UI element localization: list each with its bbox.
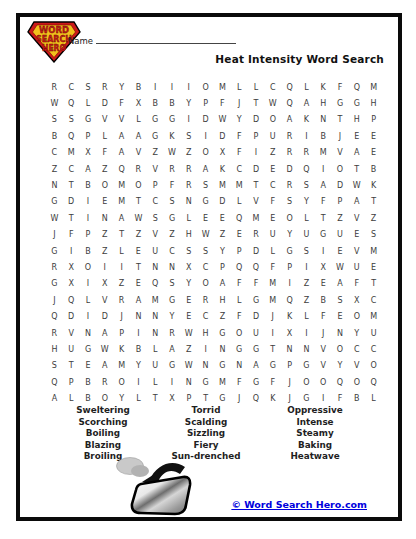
grid-cell-r10-c2[interactable]: F [63, 227, 80, 243]
grid-cell-r9-c2[interactable]: T [63, 210, 80, 226]
grid-cell-r13-c14[interactable]: M [264, 276, 281, 292]
grid-cell-r19-c1[interactable]: Q [46, 374, 63, 390]
grid-cell-r7-c9[interactable]: R [180, 177, 197, 193]
grid-cell-r8-c10[interactable]: G [197, 194, 214, 210]
grid-cell-r12-c15[interactable]: P [281, 259, 298, 275]
grid-cell-r1-c12[interactable]: L [231, 79, 248, 95]
grid-cell-r16-c12[interactable]: O [231, 325, 248, 341]
grid-cell-r6-c1[interactable]: Z [46, 161, 63, 177]
grid-cell-r18-c5[interactable]: M [113, 358, 130, 374]
grid-cell-r18-c19[interactable]: V [348, 358, 365, 374]
grid-cell-r6-c15[interactable]: D [281, 161, 298, 177]
grid-cell-r4-c11[interactable]: D [214, 128, 231, 144]
grid-cell-r8-c11[interactable]: D [214, 194, 231, 210]
grid-cell-r16-c20[interactable]: U [365, 325, 382, 341]
grid-cell-r15-c1[interactable]: Q [46, 309, 63, 325]
grid-cell-r18-c13[interactable]: A [248, 358, 265, 374]
grid-cell-r15-c5[interactable]: J [113, 309, 130, 325]
grid-cell-r12-c13[interactable]: Q [248, 259, 265, 275]
grid-cell-r19-c14[interactable]: F [264, 374, 281, 390]
grid-cell-r13-c11[interactable]: A [214, 276, 231, 292]
grid-cell-r3-c19[interactable]: H [348, 112, 365, 128]
grid-cell-r18-c11[interactable]: G [214, 358, 231, 374]
grid-cell-r10-c15[interactable]: Y [281, 227, 298, 243]
grid-cell-r13-c3[interactable]: I [80, 276, 97, 292]
grid-cell-r17-c17[interactable]: V [315, 341, 332, 357]
grid-cell-r17-c1[interactable]: H [46, 341, 63, 357]
grid-cell-r8-c9[interactable]: N [180, 194, 197, 210]
grid-cell-r10-c13[interactable]: R [248, 227, 265, 243]
grid-cell-r8-c7[interactable]: C [147, 194, 164, 210]
name-blank-line[interactable] [96, 34, 236, 44]
grid-cell-r10-c6[interactable]: Z [130, 227, 147, 243]
grid-cell-r16-c15[interactable]: X [281, 325, 298, 341]
grid-cell-r12-c1[interactable]: R [46, 259, 63, 275]
grid-cell-r7-c17[interactable]: A [315, 177, 332, 193]
grid-cell-r15-c8[interactable]: Y [164, 309, 181, 325]
grid-cell-r10-c20[interactable]: S [365, 227, 382, 243]
grid-cell-r7-c15[interactable]: R [281, 177, 298, 193]
grid-cell-r11-c15[interactable]: G [281, 243, 298, 259]
grid-cell-r18-c3[interactable]: E [80, 358, 97, 374]
grid-cell-r14-c8[interactable]: G [164, 292, 181, 308]
grid-cell-r2-c20[interactable]: H [365, 95, 382, 111]
grid-cell-r7-c5[interactable]: M [113, 177, 130, 193]
grid-cell-r1-c13[interactable]: L [248, 79, 265, 95]
grid-cell-r14-c11[interactable]: H [214, 292, 231, 308]
grid-cell-r10-c16[interactable]: U [298, 227, 315, 243]
grid-cell-r7-c1[interactable]: N [46, 177, 63, 193]
grid-cell-r6-c6[interactable]: R [130, 161, 147, 177]
grid-cell-r13-c10[interactable]: O [197, 276, 214, 292]
grid-cell-r16-c10[interactable]: H [197, 325, 214, 341]
grid-cell-r15-c18[interactable]: E [332, 309, 349, 325]
grid-cell-r2-c14[interactable]: W [264, 95, 281, 111]
grid-cell-r8-c14[interactable]: F [264, 194, 281, 210]
grid-cell-r15-c20[interactable]: M [365, 309, 382, 325]
grid-cell-r19-c15[interactable]: J [281, 374, 298, 390]
grid-cell-r16-c18[interactable]: N [332, 325, 349, 341]
grid-cell-r9-c18[interactable]: Z [332, 210, 349, 226]
grid-cell-r2-c7[interactable]: B [147, 95, 164, 111]
grid-cell-r11-c9[interactable]: S [180, 243, 197, 259]
grid-cell-r3-c10[interactable]: D [197, 112, 214, 128]
grid-cell-r1-c11[interactable]: M [214, 79, 231, 95]
grid-cell-r18-c1[interactable]: S [46, 358, 63, 374]
grid-cell-r5-c5[interactable]: A [113, 145, 130, 161]
grid-cell-r17-c7[interactable]: L [147, 341, 164, 357]
grid-cell-r2-c3[interactable]: L [80, 95, 97, 111]
grid-cell-r10-c11[interactable]: Z [214, 227, 231, 243]
grid-cell-r16-c2[interactable]: V [63, 325, 80, 341]
grid-cell-r19-c8[interactable]: I [164, 374, 181, 390]
grid-cell-r16-c5[interactable]: P [113, 325, 130, 341]
grid-cell-r4-c17[interactable]: B [315, 128, 332, 144]
grid-cell-r17-c2[interactable]: U [63, 341, 80, 357]
grid-cell-r14-c6[interactable]: A [130, 292, 147, 308]
grid-cell-r5-c7[interactable]: Z [147, 145, 164, 161]
grid-cell-r13-c6[interactable]: E [130, 276, 147, 292]
grid-cell-r12-c17[interactable]: X [315, 259, 332, 275]
grid-cell-r18-c15[interactable]: P [281, 358, 298, 374]
grid-cell-r3-c8[interactable]: G [164, 112, 181, 128]
grid-cell-r5-c14[interactable]: Z [264, 145, 281, 161]
grid-cell-r13-c9[interactable]: Y [180, 276, 197, 292]
grid-cell-r11-c3[interactable]: B [80, 243, 97, 259]
grid-cell-r2-c12[interactable]: J [231, 95, 248, 111]
grid-cell-r14-c13[interactable]: G [248, 292, 265, 308]
grid-cell-r13-c5[interactable]: Z [113, 276, 130, 292]
grid-cell-r11-c2[interactable]: I [63, 243, 80, 259]
grid-cell-r7-c3[interactable]: B [80, 177, 97, 193]
grid-cell-r15-c12[interactable]: F [231, 309, 248, 325]
grid-cell-r16-c8[interactable]: R [164, 325, 181, 341]
grid-cell-r12-c8[interactable]: N [164, 259, 181, 275]
grid-cell-r16-c3[interactable]: N [80, 325, 97, 341]
grid-cell-r4-c15[interactable]: R [281, 128, 298, 144]
grid-cell-r17-c13[interactable]: G [248, 341, 265, 357]
grid-cell-r1-c20[interactable]: M [365, 79, 382, 95]
grid-cell-r2-c4[interactable]: D [96, 95, 113, 111]
grid-cell-r1-c4[interactable]: R [96, 79, 113, 95]
grid-cell-r6-c14[interactable]: E [264, 161, 281, 177]
grid-cell-r10-c4[interactable]: Z [96, 227, 113, 243]
grid-cell-r5-c19[interactable]: A [348, 145, 365, 161]
grid-cell-r19-c6[interactable]: I [130, 374, 147, 390]
grid-cell-r18-c6[interactable]: Y [130, 358, 147, 374]
grid-cell-r18-c16[interactable]: G [298, 358, 315, 374]
grid-cell-r9-c13[interactable]: M [248, 210, 265, 226]
grid-cell-r1-c9[interactable]: I [180, 79, 197, 95]
grid-cell-r6-c18[interactable]: O [332, 161, 349, 177]
grid-cell-r10-c19[interactable]: E [348, 227, 365, 243]
grid-cell-r14-c3[interactable]: L [80, 292, 97, 308]
grid-cell-r3-c18[interactable]: T [332, 112, 349, 128]
grid-cell-r2-c19[interactable]: G [348, 95, 365, 111]
grid-cell-r13-c8[interactable]: S [164, 276, 181, 292]
grid-cell-r4-c12[interactable]: F [231, 128, 248, 144]
grid-cell-r4-c20[interactable]: E [365, 128, 382, 144]
grid-cell-r17-c15[interactable]: N [281, 341, 298, 357]
grid-cell-r9-c3[interactable]: I [80, 210, 97, 226]
grid-cell-r18-c10[interactable]: N [197, 358, 214, 374]
grid-cell-r12-c11[interactable]: P [214, 259, 231, 275]
grid-cell-r2-c9[interactable]: Y [180, 95, 197, 111]
grid-cell-r8-c19[interactable]: A [348, 194, 365, 210]
grid-cell-r3-c17[interactable]: N [315, 112, 332, 128]
grid-cell-r7-c2[interactable]: T [63, 177, 80, 193]
grid-cell-r4-c6[interactable]: A [130, 128, 147, 144]
grid-cell-r6-c20[interactable]: B [365, 161, 382, 177]
grid-cell-r3-c7[interactable]: G [147, 112, 164, 128]
grid-cell-r9-c12[interactable]: Q [231, 210, 248, 226]
grid-cell-r15-c11[interactable]: Z [214, 309, 231, 325]
grid-cell-r18-c8[interactable]: G [164, 358, 181, 374]
grid-cell-r2-c10[interactable]: P [197, 95, 214, 111]
grid-cell-r19-c5[interactable]: O [113, 374, 130, 390]
grid-cell-r14-c7[interactable]: M [147, 292, 164, 308]
grid-cell-r9-c15[interactable]: O [281, 210, 298, 226]
grid-cell-r13-c16[interactable]: Z [298, 276, 315, 292]
grid-cell-r3-c16[interactable]: K [298, 112, 315, 128]
grid-cell-r10-c1[interactable]: J [46, 227, 63, 243]
grid-cell-r10-c5[interactable]: T [113, 227, 130, 243]
grid-cell-r11-c17[interactable]: I [315, 243, 332, 259]
grid-cell-r16-c17[interactable]: J [315, 325, 332, 341]
grid-cell-r3-c4[interactable]: V [96, 112, 113, 128]
grid-cell-r16-c9[interactable]: W [180, 325, 197, 341]
grid-cell-r13-c15[interactable]: I [281, 276, 298, 292]
grid-cell-r3-c11[interactable]: W [214, 112, 231, 128]
grid-cell-r11-c18[interactable]: E [332, 243, 349, 259]
grid-cell-r17-c10[interactable]: I [197, 341, 214, 357]
grid-cell-r1-c18[interactable]: F [332, 79, 349, 95]
grid-cell-r5-c17[interactable]: M [315, 145, 332, 161]
grid-cell-r12-c2[interactable]: X [63, 259, 80, 275]
grid-cell-r5-c11[interactable]: X [214, 145, 231, 161]
grid-cell-r4-c1[interactable]: B [46, 128, 63, 144]
grid-cell-r8-c8[interactable]: S [164, 194, 181, 210]
grid-cell-r15-c10[interactable]: C [197, 309, 214, 325]
grid-cell-r3-c20[interactable]: P [365, 112, 382, 128]
grid-cell-r18-c17[interactable]: V [315, 358, 332, 374]
grid-cell-r19-c10[interactable]: G [197, 374, 214, 390]
grid-cell-r17-c8[interactable]: A [164, 341, 181, 357]
grid-cell-r10-c12[interactable]: E [231, 227, 248, 243]
grid-cell-r1-c15[interactable]: Q [281, 79, 298, 95]
grid-cell-r12-c12[interactable]: Q [231, 259, 248, 275]
grid-cell-r17-c3[interactable]: G [80, 341, 97, 357]
grid-cell-r4-c13[interactable]: P [248, 128, 265, 144]
grid-cell-r17-c14[interactable]: T [264, 341, 281, 357]
grid-cell-r19-c16[interactable]: O [298, 374, 315, 390]
grid-cell-r1-c6[interactable]: B [130, 79, 147, 95]
grid-cell-r15-c3[interactable]: I [80, 309, 97, 325]
grid-cell-r14-c16[interactable]: Z [298, 292, 315, 308]
grid-cell-r10-c10[interactable]: W [197, 227, 214, 243]
grid-cell-r1-c17[interactable]: K [315, 79, 332, 95]
grid-cell-r14-c2[interactable]: Q [63, 292, 80, 308]
grid-cell-r1-c10[interactable]: O [197, 79, 214, 95]
grid-cell-r5-c9[interactable]: Z [180, 145, 197, 161]
grid-cell-r12-c9[interactable]: X [180, 259, 197, 275]
grid-cell-r5-c10[interactable]: O [197, 145, 214, 161]
grid-cell-r6-c9[interactable]: R [180, 161, 197, 177]
grid-cell-r5-c20[interactable]: E [365, 145, 382, 161]
grid-cell-r3-c3[interactable]: G [80, 112, 97, 128]
grid-cell-r4-c14[interactable]: U [264, 128, 281, 144]
grid-cell-r6-c10[interactable]: A [197, 161, 214, 177]
grid-cell-r12-c7[interactable]: N [147, 259, 164, 275]
grid-cell-r16-c4[interactable]: A [96, 325, 113, 341]
grid-cell-r1-c1[interactable]: R [46, 79, 63, 95]
grid-cell-r8-c20[interactable]: T [365, 194, 382, 210]
grid-cell-r2-c2[interactable]: Q [63, 95, 80, 111]
grid-cell-r8-c15[interactable]: S [281, 194, 298, 210]
grid-cell-r4-c18[interactable]: J [332, 128, 349, 144]
grid-cell-r6-c12[interactable]: C [231, 161, 248, 177]
grid-cell-r4-c5[interactable]: A [113, 128, 130, 144]
grid-cell-r11-c1[interactable]: G [46, 243, 63, 259]
grid-cell-r10-c8[interactable]: Z [164, 227, 181, 243]
grid-cell-r2-c5[interactable]: F [113, 95, 130, 111]
grid-cell-r15-c16[interactable]: L [298, 309, 315, 325]
grid-cell-r16-c14[interactable]: I [264, 325, 281, 341]
grid-cell-r7-c10[interactable]: S [197, 177, 214, 193]
grid-cell-r3-c13[interactable]: D [248, 112, 265, 128]
grid-cell-r15-c7[interactable]: N [147, 309, 164, 325]
grid-cell-r9-c11[interactable]: E [214, 210, 231, 226]
grid-cell-r12-c3[interactable]: O [80, 259, 97, 275]
grid-cell-r11-c8[interactable]: C [164, 243, 181, 259]
grid-cell-r14-c14[interactable]: M [264, 292, 281, 308]
grid-cell-r15-c13[interactable]: D [248, 309, 265, 325]
grid-cell-r15-c17[interactable]: F [315, 309, 332, 325]
grid-cell-r12-c4[interactable]: I [96, 259, 113, 275]
grid-cell-r2-c11[interactable]: F [214, 95, 231, 111]
grid-cell-r19-c12[interactable]: F [231, 374, 248, 390]
grid-cell-r11-c12[interactable]: P [231, 243, 248, 259]
grid-cell-r9-c10[interactable]: E [197, 210, 214, 226]
grid-cell-r19-c7[interactable]: L [147, 374, 164, 390]
grid-cell-r7-c18[interactable]: D [332, 177, 349, 193]
grid-cell-r9-c4[interactable]: N [96, 210, 113, 226]
grid-cell-r6-c3[interactable]: A [80, 161, 97, 177]
grid-cell-r9-c5[interactable]: A [113, 210, 130, 226]
grid-cell-r1-c2[interactable]: C [63, 79, 80, 95]
grid-cell-r18-c20[interactable]: O [365, 358, 382, 374]
grid-cell-r18-c18[interactable]: Y [332, 358, 349, 374]
grid-cell-r15-c14[interactable]: J [264, 309, 281, 325]
grid-cell-r8-c16[interactable]: Y [298, 194, 315, 210]
grid-cell-r2-c18[interactable]: G [332, 95, 349, 111]
grid-cell-r8-c18[interactable]: P [332, 194, 349, 210]
grid-cell-r1-c3[interactable]: S [80, 79, 97, 95]
grid-cell-r8-c5[interactable]: M [113, 194, 130, 210]
grid-cell-r12-c14[interactable]: F [264, 259, 281, 275]
grid-cell-r7-c16[interactable]: S [298, 177, 315, 193]
grid-cell-r2-c16[interactable]: A [298, 95, 315, 111]
grid-cell-r10-c18[interactable]: U [332, 227, 349, 243]
grid-cell-r6-c11[interactable]: K [214, 161, 231, 177]
grid-cell-r8-c12[interactable]: L [231, 194, 248, 210]
grid-cell-r17-c19[interactable]: C [348, 341, 365, 357]
grid-cell-r2-c13[interactable]: T [248, 95, 265, 111]
grid-cell-r5-c16[interactable]: R [298, 145, 315, 161]
grid-cell-r1-c5[interactable]: Y [113, 79, 130, 95]
grid-cell-r18-c14[interactable]: G [264, 358, 281, 374]
grid-cell-r2-c8[interactable]: B [164, 95, 181, 111]
grid-cell-r18-c2[interactable]: T [63, 358, 80, 374]
grid-cell-r14-c17[interactable]: B [315, 292, 332, 308]
grid-cell-r5-c15[interactable]: R [281, 145, 298, 161]
grid-cell-r5-c13[interactable]: I [248, 145, 265, 161]
grid-cell-r4-c3[interactable]: P [80, 128, 97, 144]
grid-cell-r17-c9[interactable]: Z [180, 341, 197, 357]
grid-cell-r11-c5[interactable]: L [113, 243, 130, 259]
grid-cell-r4-c2[interactable]: Q [63, 128, 80, 144]
grid-cell-r9-c16[interactable]: L [298, 210, 315, 226]
grid-cell-r11-c7[interactable]: U [147, 243, 164, 259]
grid-cell-r8-c13[interactable]: V [248, 194, 265, 210]
grid-cell-r18-c9[interactable]: W [180, 358, 197, 374]
grid-cell-r5-c8[interactable]: W [164, 145, 181, 161]
grid-cell-r14-c5[interactable]: R [113, 292, 130, 308]
grid-cell-r18-c4[interactable]: A [96, 358, 113, 374]
grid-cell-r11-c11[interactable]: Y [214, 243, 231, 259]
grid-cell-r17-c11[interactable]: N [214, 341, 231, 357]
grid-cell-r6-c13[interactable]: D [248, 161, 265, 177]
grid-cell-r17-c18[interactable]: O [332, 341, 349, 357]
grid-cell-r7-c8[interactable]: F [164, 177, 181, 193]
grid-cell-r13-c2[interactable]: X [63, 276, 80, 292]
grid-cell-r15-c9[interactable]: E [180, 309, 197, 325]
grid-cell-r12-c6[interactable]: T [130, 259, 147, 275]
grid-cell-r13-c18[interactable]: A [332, 276, 349, 292]
grid-cell-r9-c1[interactable]: W [46, 210, 63, 226]
grid-cell-r7-c11[interactable]: M [214, 177, 231, 193]
grid-cell-r12-c19[interactable]: U [348, 259, 365, 275]
grid-cell-r9-c19[interactable]: V [348, 210, 365, 226]
grid-cell-r7-c12[interactable]: M [231, 177, 248, 193]
grid-cell-r15-c15[interactable]: K [281, 309, 298, 325]
grid-cell-r9-c14[interactable]: E [264, 210, 281, 226]
grid-cell-r13-c12[interactable]: F [231, 276, 248, 292]
grid-cell-r6-c17[interactable]: I [315, 161, 332, 177]
grid-cell-r5-c2[interactable]: M [63, 145, 80, 161]
grid-cell-r1-c14[interactable]: C [264, 79, 281, 95]
grid-cell-r19-c2[interactable]: P [63, 374, 80, 390]
grid-cell-r17-c4[interactable]: W [96, 341, 113, 357]
grid-cell-r16-c7[interactable]: N [147, 325, 164, 341]
grid-cell-r19-c4[interactable]: R [96, 374, 113, 390]
grid-cell-r13-c7[interactable]: Q [147, 276, 164, 292]
grid-cell-r19-c17[interactable]: O [315, 374, 332, 390]
grid-cell-r16-c6[interactable]: I [130, 325, 147, 341]
grid-cell-r3-c9[interactable]: I [180, 112, 197, 128]
grid-cell-r5-c12[interactable]: F [231, 145, 248, 161]
grid-cell-r15-c2[interactable]: D [63, 309, 80, 325]
grid-cell-r3-c14[interactable]: O [264, 112, 281, 128]
grid-cell-r16-c11[interactable]: G [214, 325, 231, 341]
grid-cell-r6-c7[interactable]: V [147, 161, 164, 177]
grid-cell-r5-c4[interactable]: F [96, 145, 113, 161]
grid-cell-r4-c10[interactable]: I [197, 128, 214, 144]
grid-cell-r7-c20[interactable]: K [365, 177, 382, 193]
grid-cell-r14-c20[interactable]: C [365, 292, 382, 308]
grid-cell-r9-c20[interactable]: Z [365, 210, 382, 226]
grid-cell-r16-c16[interactable]: I [298, 325, 315, 341]
grid-cell-r16-c19[interactable]: Y [348, 325, 365, 341]
grid-cell-r15-c19[interactable]: O [348, 309, 365, 325]
grid-cell-r8-c3[interactable]: I [80, 194, 97, 210]
grid-cell-r9-c7[interactable]: S [147, 210, 164, 226]
grid-cell-r10-c9[interactable]: H [180, 227, 197, 243]
grid-cell-r3-c1[interactable]: S [46, 112, 63, 128]
grid-cell-r13-c4[interactable]: X [96, 276, 113, 292]
grid-cell-r4-c4[interactable]: L [96, 128, 113, 144]
grid-cell-r3-c15[interactable]: A [281, 112, 298, 128]
grid-cell-r6-c2[interactable]: C [63, 161, 80, 177]
grid-cell-r13-c20[interactable]: T [365, 276, 382, 292]
grid-cell-r9-c8[interactable]: G [164, 210, 181, 226]
grid-cell-r12-c10[interactable]: C [197, 259, 214, 275]
grid-cell-r13-c17[interactable]: E [315, 276, 332, 292]
grid-cell-r7-c14[interactable]: C [264, 177, 281, 193]
grid-cell-r14-c10[interactable]: R [197, 292, 214, 308]
grid-cell-r14-c1[interactable]: J [46, 292, 63, 308]
grid-cell-r8-c17[interactable]: F [315, 194, 332, 210]
